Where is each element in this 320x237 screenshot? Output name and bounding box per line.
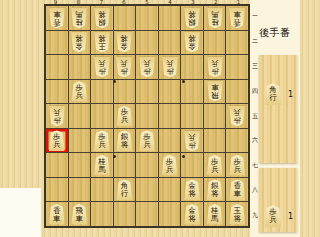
board-cell-5-5[interactable]	[136, 104, 158, 128]
board-cell-5-7[interactable]	[136, 153, 158, 177]
board-cell-8-1[interactable]: 桂馬	[69, 6, 91, 30]
board-cell-6-3[interactable]: 歩兵	[114, 55, 136, 79]
board-cell-2-1[interactable]: 桂馬	[204, 6, 226, 30]
gote-hand-count: 1	[288, 90, 293, 99]
board-cell-6-8[interactable]: 角行	[114, 178, 136, 202]
shogi-piece-sente-角行-68[interactable]: 角行	[116, 179, 133, 200]
board-cell-8-3[interactable]	[69, 55, 91, 79]
shogi-piece-sente-香車-99[interactable]: 香車	[48, 204, 65, 225]
shogi-piece-gote-歩兵-95[interactable]: 歩兵	[48, 105, 65, 126]
board-cell-6-9[interactable]	[114, 202, 136, 226]
board-cell-7-6[interactable]: 歩兵	[91, 129, 113, 153]
board-cell-2-7[interactable]: 歩兵	[204, 153, 226, 177]
shogi-piece-gote-金将-82[interactable]: 金将	[71, 32, 88, 53]
board-cell-4-4[interactable]	[159, 80, 181, 104]
board-cell-3-2[interactable]: 金将	[181, 31, 203, 55]
board-cell-2-6[interactable]	[204, 129, 226, 153]
board-cell-1-6[interactable]	[226, 129, 248, 153]
board-cell-9-8[interactable]	[46, 178, 68, 202]
shogi-piece-sente-歩兵-65[interactable]: 歩兵	[116, 105, 133, 126]
board-cell-4-2[interactable]	[159, 31, 181, 55]
board-cell-7-9[interactable]	[91, 202, 113, 226]
board-cell-5-6[interactable]: 歩兵	[136, 129, 158, 153]
shogi-piece-sente-金将-38[interactable]: 金将	[184, 179, 201, 200]
board-cell-9-2[interactable]	[46, 31, 68, 55]
board-cell-9-6[interactable]: 歩兵	[46, 129, 68, 153]
gote-hand-piece-bishop[interactable]: 角行	[264, 83, 282, 105]
shogi-piece-sente-銀将-66[interactable]: 銀将	[116, 130, 133, 151]
rank-label: 一	[251, 4, 259, 29]
shogi-piece-sente-桂馬-77[interactable]: 桂馬	[93, 155, 110, 176]
shogi-piece-gote-歩兵-15[interactable]: 歩兵	[229, 105, 246, 126]
shogi-piece-gote-桂馬-81[interactable]: 桂馬	[71, 7, 88, 28]
rank-label: 六	[251, 128, 259, 153]
board-cell-5-9[interactable]	[136, 202, 158, 226]
board-cell-1-1[interactable]: 香車	[226, 6, 248, 30]
board-cell-8-8[interactable]	[69, 178, 91, 202]
shogi-piece-gote-歩兵-36[interactable]: 歩兵	[184, 130, 201, 151]
rank-label: 三	[251, 54, 259, 79]
board-cell-7-3[interactable]: 歩兵	[91, 55, 113, 79]
shogi-piece-sente-桂馬-29[interactable]: 桂馬	[206, 204, 223, 225]
rank-labels: 一二三四五六七八九	[251, 4, 259, 228]
board-cell-4-6[interactable]	[159, 129, 181, 153]
board-cell-3-9[interactable]: 金将	[181, 202, 203, 226]
board-cell-1-5[interactable]: 歩兵	[226, 104, 248, 128]
shogi-piece-sente-飛車-89[interactable]: 飛車	[71, 204, 88, 225]
shogi-piece-sente-歩兵-17[interactable]: 歩兵	[229, 155, 246, 176]
board-cell-7-7[interactable]: 桂馬	[91, 153, 113, 177]
rank-label: 九	[251, 203, 259, 228]
shogi-piece-gote-香車-91[interactable]: 香車	[48, 7, 65, 28]
hoshi-dot	[113, 80, 116, 83]
board-cell-4-9[interactable]	[159, 202, 181, 226]
board-cell-1-2[interactable]	[226, 31, 248, 55]
shogi-piece-sente-歩兵-84[interactable]: 歩兵	[71, 81, 88, 102]
board-cell-7-1[interactable]: 銀将	[91, 6, 113, 30]
board-cell-3-1[interactable]: 銀将	[181, 6, 203, 30]
shogi-piece-gote-歩兵-53[interactable]: 歩兵	[138, 56, 155, 77]
board-cell-2-8[interactable]: 銀将	[204, 178, 226, 202]
board-cell-8-4[interactable]: 歩兵	[69, 80, 91, 104]
left-bottom-panel	[0, 188, 41, 237]
hoshi-dot	[182, 155, 185, 158]
board-cell-3-6[interactable]: 歩兵	[181, 129, 203, 153]
rank-label: 五	[251, 104, 259, 129]
board-cell-7-8[interactable]	[91, 178, 113, 202]
board-cell-6-4[interactable]	[114, 80, 136, 104]
board-cell-9-9[interactable]: 香車	[46, 202, 68, 226]
board-cell-3-4[interactable]	[181, 80, 203, 104]
board-cell-2-9[interactable]: 桂馬	[204, 202, 226, 226]
board-cell-5-3[interactable]: 歩兵	[136, 55, 158, 79]
board-cell-4-8[interactable]	[159, 178, 181, 202]
rank-label: 四	[251, 79, 259, 104]
board-cell-7-4[interactable]	[91, 80, 113, 104]
board-cell-1-7[interactable]: 歩兵	[226, 153, 248, 177]
shogi-piece-sente-歩兵-76[interactable]: 歩兵	[93, 130, 110, 151]
hoshi-dot	[182, 80, 185, 83]
board-cell-7-5[interactable]	[91, 104, 113, 128]
shogi-piece-gote-歩兵-43[interactable]: 歩兵	[161, 56, 178, 77]
sente-hand-count: 1	[288, 212, 293, 221]
shogi-piece-sente-歩兵-56[interactable]: 歩兵	[138, 130, 155, 151]
board-cell-6-1[interactable]	[114, 6, 136, 30]
board-cell-5-8[interactable]	[136, 178, 158, 202]
board-cell-9-3[interactable]	[46, 55, 68, 79]
board-cell-9-1[interactable]: 香車	[46, 6, 68, 30]
shogi-piece-sente-香車-18[interactable]: 香車	[229, 179, 246, 200]
board-cell-1-3[interactable]	[226, 55, 248, 79]
shogi-piece-gote-銀将-71[interactable]: 銀将	[93, 7, 110, 28]
board-cell-4-5[interactable]	[159, 104, 181, 128]
sente-hand-tray: 歩兵 1	[259, 168, 297, 232]
board-cell-9-7[interactable]	[46, 153, 68, 177]
rank-label: 八	[251, 178, 259, 203]
shogi-piece-gote-王将-72[interactable]: 王将	[93, 32, 110, 53]
shogi-piece-sente-玉将-19[interactable]: 玉将	[229, 204, 246, 225]
board-cell-5-2[interactable]	[136, 31, 158, 55]
board-cell-4-7[interactable]: 歩兵	[159, 153, 181, 177]
board-cell-9-4[interactable]	[46, 80, 68, 104]
board-cell-4-3[interactable]: 歩兵	[159, 55, 181, 79]
turn-indicator: 後手番	[259, 26, 300, 40]
shogi-piece-gote-金将-32[interactable]: 金将	[184, 32, 201, 53]
rank-label: 七	[251, 153, 259, 178]
board-cell-5-1[interactable]	[136, 6, 158, 30]
rank-label: 二	[251, 29, 259, 54]
board-cell-2-4[interactable]: 飛車	[204, 80, 226, 104]
board-cell-4-1[interactable]	[159, 6, 181, 30]
board-cell-2-2[interactable]	[204, 31, 226, 55]
board-cell-8-2[interactable]: 金将	[69, 31, 91, 55]
board-cell-7-2[interactable]: 王将	[91, 31, 113, 55]
shogi-piece-gote-金将-62[interactable]: 金将	[116, 32, 133, 53]
shogi-piece-gote-歩兵-73[interactable]: 歩兵	[93, 56, 110, 77]
shogi-piece-gote-歩兵-63[interactable]: 歩兵	[116, 56, 133, 77]
shogi-piece-sente-銀将-28[interactable]: 銀将	[206, 179, 223, 200]
shogi-piece-gote-飛車-24[interactable]: 飛車	[206, 81, 223, 102]
board-cell-2-5[interactable]	[204, 104, 226, 128]
board-cell-6-7[interactable]	[114, 153, 136, 177]
board-cell-3-8[interactable]: 金将	[181, 178, 203, 202]
board-cell-5-4[interactable]	[136, 80, 158, 104]
sente-hand-piece-pawn[interactable]: 歩兵	[264, 205, 282, 227]
hoshi-dot	[113, 155, 116, 158]
gote-hand-tray: 角行 1	[259, 55, 297, 163]
board-cell-6-2[interactable]: 金将	[114, 31, 136, 55]
board-cell-9-5[interactable]: 歩兵	[46, 104, 68, 128]
shogi-piece-sente-歩兵-47[interactable]: 歩兵	[161, 155, 178, 176]
shogi-piece-sente-歩兵-96[interactable]: 歩兵	[48, 130, 65, 151]
board-cell-8-5[interactable]	[69, 104, 91, 128]
board-cell-8-7[interactable]	[69, 153, 91, 177]
board-cell-3-5[interactable]	[181, 104, 203, 128]
board-cell-6-6[interactable]: 銀将	[114, 129, 136, 153]
shogi-piece-gote-香車-11[interactable]: 香車	[229, 7, 246, 28]
board-cell-8-6[interactable]	[69, 129, 91, 153]
board-cell-2-3[interactable]: 歩兵	[204, 55, 226, 79]
board-cell-1-8[interactable]: 香車	[226, 178, 248, 202]
shogi-piece-sente-金将-39[interactable]: 金将	[184, 204, 201, 225]
board-cell-1-9[interactable]: 玉将	[226, 202, 248, 226]
board-cell-1-4[interactable]	[226, 80, 248, 104]
board-cell-3-3[interactable]	[181, 55, 203, 79]
shogi-piece-gote-銀将-31[interactable]: 銀将	[184, 7, 201, 28]
board-cell-6-5[interactable]: 歩兵	[114, 104, 136, 128]
shogi-piece-sente-歩兵-27[interactable]: 歩兵	[206, 155, 223, 176]
shogi-piece-gote-歩兵-23[interactable]: 歩兵	[206, 56, 223, 77]
shogi-piece-gote-桂馬-21[interactable]: 桂馬	[206, 7, 223, 28]
shogi-board[interactable]: 香車桂馬銀将銀将桂馬香車金将王将金将金将歩兵歩兵歩兵歩兵歩兵歩兵飛車歩兵歩兵歩兵…	[44, 4, 250, 228]
board-cell-8-9[interactable]: 飛車	[69, 202, 91, 226]
